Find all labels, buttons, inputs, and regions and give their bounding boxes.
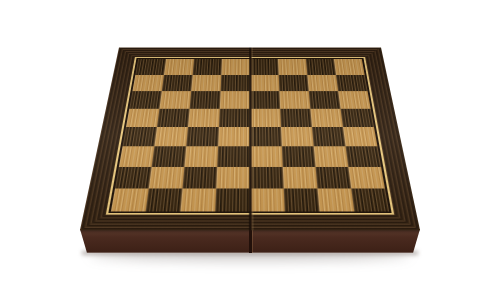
square-c4	[186, 127, 219, 146]
square-h1	[351, 188, 389, 211]
chess-board	[80, 47, 420, 230]
square-c6	[190, 91, 221, 108]
square-g6	[309, 91, 341, 108]
square-c1	[180, 188, 216, 211]
square-a6	[129, 91, 162, 108]
square-b3	[152, 146, 187, 166]
square-a1	[111, 188, 149, 211]
square-c2	[183, 167, 218, 189]
square-f8	[278, 59, 307, 75]
square-f4	[281, 127, 314, 146]
square-e1	[250, 188, 285, 211]
board-front-edge	[80, 229, 420, 253]
square-g7	[307, 75, 338, 92]
square-a2	[115, 167, 152, 189]
square-d5	[219, 109, 250, 127]
square-f7	[279, 75, 309, 92]
square-c3	[184, 146, 218, 166]
square-f2	[283, 167, 318, 189]
square-h8	[334, 59, 365, 75]
square-h5	[341, 109, 374, 127]
square-d6	[220, 91, 250, 108]
square-g8	[306, 59, 336, 75]
square-h7	[336, 75, 368, 92]
square-e4	[250, 127, 282, 146]
square-b6	[159, 91, 191, 108]
square-e7	[250, 75, 279, 92]
square-f1	[284, 188, 320, 211]
square-g5	[310, 109, 343, 127]
square-g1	[317, 188, 354, 211]
square-a3	[119, 146, 155, 166]
square-c8	[193, 59, 222, 75]
square-g4	[312, 127, 346, 146]
hinge-seam	[248, 47, 251, 230]
square-d4	[218, 127, 250, 146]
square-c5	[188, 109, 220, 127]
square-d7	[221, 75, 250, 92]
square-b4	[154, 127, 188, 146]
square-h3	[346, 146, 382, 166]
hinge-seam-front	[249, 229, 252, 253]
square-b8	[164, 59, 194, 75]
square-e5	[250, 109, 281, 127]
square-b7	[162, 75, 193, 92]
square-f3	[282, 146, 316, 166]
square-h6	[338, 91, 371, 108]
square-d3	[217, 146, 250, 166]
square-c7	[191, 75, 221, 92]
square-a5	[126, 109, 159, 127]
square-g2	[316, 167, 352, 189]
square-e2	[250, 167, 284, 189]
square-e8	[250, 59, 279, 75]
square-f6	[279, 91, 310, 108]
square-h4	[343, 127, 377, 146]
square-f5	[280, 109, 312, 127]
square-a4	[123, 127, 157, 146]
product-photo	[0, 0, 500, 302]
square-d2	[216, 167, 250, 189]
square-d8	[221, 59, 250, 75]
square-h2	[348, 167, 385, 189]
square-b1	[146, 188, 183, 211]
square-g3	[314, 146, 349, 166]
square-e3	[250, 146, 283, 166]
square-b2	[149, 167, 185, 189]
square-e6	[250, 91, 280, 108]
square-a7	[132, 75, 164, 92]
square-b5	[157, 109, 190, 127]
square-d1	[215, 188, 250, 211]
square-a8	[135, 59, 166, 75]
